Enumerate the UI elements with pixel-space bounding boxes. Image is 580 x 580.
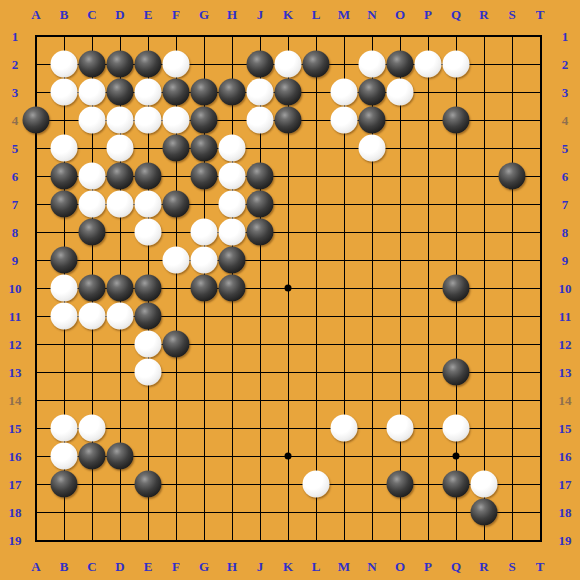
black-stone-E6[interactable]: [135, 163, 162, 190]
row-label-left-16: 16: [9, 450, 22, 463]
black-stone-C10[interactable]: [79, 275, 106, 302]
row-label-right-4: 4: [562, 114, 569, 127]
col-label-top-L: L: [312, 8, 321, 21]
white-stone-M15[interactable]: [331, 415, 358, 442]
row-label-right-10: 10: [559, 282, 572, 295]
white-stone-H5[interactable]: [219, 135, 246, 162]
black-stone-L2[interactable]: [303, 51, 330, 78]
col-label-top-S: S: [508, 8, 515, 21]
row-label-left-10: 10: [9, 282, 22, 295]
black-stone-D16[interactable]: [107, 443, 134, 470]
col-label-top-O: O: [395, 8, 405, 21]
black-stone-H10[interactable]: [219, 275, 246, 302]
col-label-bottom-N: N: [367, 560, 376, 573]
black-stone-F5[interactable]: [163, 135, 190, 162]
black-stone-J7[interactable]: [247, 191, 274, 218]
black-stone-H9[interactable]: [219, 247, 246, 274]
row-label-right-17: 17: [559, 478, 572, 491]
white-stone-K2[interactable]: [275, 51, 302, 78]
col-label-bottom-S: S: [508, 560, 515, 573]
black-stone-B17[interactable]: [51, 471, 78, 498]
white-stone-O15[interactable]: [387, 415, 414, 442]
row-label-left-14: 14: [9, 394, 22, 407]
row-label-right-16: 16: [559, 450, 572, 463]
col-label-bottom-G: G: [199, 560, 209, 573]
white-stone-Q15[interactable]: [443, 415, 470, 442]
white-stone-C4[interactable]: [79, 107, 106, 134]
black-stone-Q4[interactable]: [443, 107, 470, 134]
row-label-right-11: 11: [559, 310, 571, 323]
row-label-right-12: 12: [559, 338, 572, 351]
black-stone-J2[interactable]: [247, 51, 274, 78]
black-stone-S6[interactable]: [499, 163, 526, 190]
black-stone-G3[interactable]: [191, 79, 218, 106]
col-label-bottom-J: J: [257, 560, 264, 573]
black-stone-D10[interactable]: [107, 275, 134, 302]
row-label-right-2: 2: [562, 58, 569, 71]
black-stone-O17[interactable]: [387, 471, 414, 498]
black-stone-G4[interactable]: [191, 107, 218, 134]
white-stone-B3[interactable]: [51, 79, 78, 106]
white-stone-E4[interactable]: [135, 107, 162, 134]
row-label-right-5: 5: [562, 142, 569, 155]
black-stone-E2[interactable]: [135, 51, 162, 78]
col-label-top-E: E: [144, 8, 153, 21]
white-stone-B15[interactable]: [51, 415, 78, 442]
black-stone-B6[interactable]: [51, 163, 78, 190]
white-stone-F2[interactable]: [163, 51, 190, 78]
black-stone-N4[interactable]: [359, 107, 386, 134]
white-stone-L17[interactable]: [303, 471, 330, 498]
row-label-right-18: 18: [559, 506, 572, 519]
black-stone-J8[interactable]: [247, 219, 274, 246]
col-label-top-A: A: [31, 8, 40, 21]
black-stone-Q10[interactable]: [443, 275, 470, 302]
row-label-left-9: 9: [12, 254, 19, 267]
black-stone-H3[interactable]: [219, 79, 246, 106]
white-stone-B16[interactable]: [51, 443, 78, 470]
black-stone-K4[interactable]: [275, 107, 302, 134]
row-label-right-1: 1: [562, 30, 569, 43]
col-label-bottom-R: R: [479, 560, 488, 573]
hoshi-point-K16: [285, 453, 292, 460]
col-label-bottom-K: K: [283, 560, 293, 573]
white-stone-O3[interactable]: [387, 79, 414, 106]
col-label-top-B: B: [60, 8, 69, 21]
col-label-top-P: P: [424, 8, 432, 21]
black-stone-F7[interactable]: [163, 191, 190, 218]
white-stone-J3[interactable]: [247, 79, 274, 106]
hoshi-point-K10: [285, 285, 292, 292]
white-stone-Q2[interactable]: [443, 51, 470, 78]
col-label-bottom-O: O: [395, 560, 405, 573]
row-label-left-17: 17: [9, 478, 22, 491]
black-stone-K3[interactable]: [275, 79, 302, 106]
black-stone-F12[interactable]: [163, 331, 190, 358]
white-stone-P2[interactable]: [415, 51, 442, 78]
black-stone-O2[interactable]: [387, 51, 414, 78]
col-label-top-R: R: [479, 8, 488, 21]
black-stone-Q13[interactable]: [443, 359, 470, 386]
row-label-left-1: 1: [12, 30, 19, 43]
white-stone-C15[interactable]: [79, 415, 106, 442]
col-label-bottom-M: M: [338, 560, 350, 573]
col-label-bottom-F: F: [172, 560, 180, 573]
col-label-top-F: F: [172, 8, 180, 21]
row-label-left-18: 18: [9, 506, 22, 519]
white-stone-F4[interactable]: [163, 107, 190, 134]
col-label-bottom-D: D: [115, 560, 124, 573]
row-label-right-19: 19: [559, 534, 572, 547]
black-stone-C8[interactable]: [79, 219, 106, 246]
white-stone-G9[interactable]: [191, 247, 218, 274]
white-stone-C6[interactable]: [79, 163, 106, 190]
row-label-right-6: 6: [562, 170, 569, 183]
col-label-top-J: J: [257, 8, 264, 21]
black-stone-D6[interactable]: [107, 163, 134, 190]
white-stone-B10[interactable]: [51, 275, 78, 302]
white-stone-D11[interactable]: [107, 303, 134, 330]
row-label-left-13: 13: [9, 366, 22, 379]
row-label-left-15: 15: [9, 422, 22, 435]
col-label-top-M: M: [338, 8, 350, 21]
white-stone-D5[interactable]: [107, 135, 134, 162]
white-stone-C3[interactable]: [79, 79, 106, 106]
black-stone-E10[interactable]: [135, 275, 162, 302]
col-label-top-G: G: [199, 8, 209, 21]
black-stone-G10[interactable]: [191, 275, 218, 302]
row-label-left-2: 2: [12, 58, 19, 71]
col-label-bottom-P: P: [424, 560, 432, 573]
black-stone-E11[interactable]: [135, 303, 162, 330]
black-stone-A4[interactable]: [23, 107, 50, 134]
black-stone-D2[interactable]: [107, 51, 134, 78]
black-stone-G6[interactable]: [191, 163, 218, 190]
col-label-bottom-H: H: [227, 560, 237, 573]
col-label-bottom-T: T: [536, 560, 545, 573]
white-stone-E12[interactable]: [135, 331, 162, 358]
go-board[interactable]: AABBCCDDEEFFGGHHJJKKLLMMNNOOPPQQRRSSTT11…: [0, 0, 580, 580]
black-stone-G5[interactable]: [191, 135, 218, 162]
row-label-left-19: 19: [9, 534, 22, 547]
white-stone-D7[interactable]: [107, 191, 134, 218]
white-stone-B11[interactable]: [51, 303, 78, 330]
col-label-bottom-E: E: [144, 560, 153, 573]
black-stone-N3[interactable]: [359, 79, 386, 106]
row-label-right-15: 15: [559, 422, 572, 435]
row-label-right-3: 3: [562, 86, 569, 99]
white-stone-F9[interactable]: [163, 247, 190, 274]
white-stone-B2[interactable]: [51, 51, 78, 78]
white-stone-C7[interactable]: [79, 191, 106, 218]
white-stone-B5[interactable]: [51, 135, 78, 162]
white-stone-M4[interactable]: [331, 107, 358, 134]
col-label-top-Q: Q: [451, 8, 461, 21]
col-label-top-D: D: [115, 8, 124, 21]
white-stone-D4[interactable]: [107, 107, 134, 134]
col-label-top-T: T: [536, 8, 545, 21]
col-label-bottom-B: B: [60, 560, 69, 573]
col-label-bottom-Q: Q: [451, 560, 461, 573]
white-stone-E3[interactable]: [135, 79, 162, 106]
white-stone-J4[interactable]: [247, 107, 274, 134]
row-label-right-14: 14: [559, 394, 572, 407]
black-stone-E17[interactable]: [135, 471, 162, 498]
row-label-left-4: 4: [12, 114, 19, 127]
row-label-left-7: 7: [12, 198, 19, 211]
col-label-bottom-L: L: [312, 560, 321, 573]
white-stone-G8[interactable]: [191, 219, 218, 246]
white-stone-E7[interactable]: [135, 191, 162, 218]
black-stone-R18[interactable]: [471, 499, 498, 526]
black-stone-D3[interactable]: [107, 79, 134, 106]
row-label-left-8: 8: [12, 226, 19, 239]
row-label-left-11: 11: [9, 310, 21, 323]
black-stone-F3[interactable]: [163, 79, 190, 106]
white-stone-C11[interactable]: [79, 303, 106, 330]
col-label-bottom-A: A: [31, 560, 40, 573]
hoshi-point-Q16: [453, 453, 460, 460]
white-stone-H7[interactable]: [219, 191, 246, 218]
white-stone-M3[interactable]: [331, 79, 358, 106]
col-label-bottom-C: C: [87, 560, 96, 573]
col-label-top-N: N: [367, 8, 376, 21]
white-stone-E8[interactable]: [135, 219, 162, 246]
row-label-left-12: 12: [9, 338, 22, 351]
black-stone-C16[interactable]: [79, 443, 106, 470]
row-label-right-7: 7: [562, 198, 569, 211]
row-label-left-3: 3: [12, 86, 19, 99]
black-stone-J6[interactable]: [247, 163, 274, 190]
row-label-left-5: 5: [12, 142, 19, 155]
white-stone-H8[interactable]: [219, 219, 246, 246]
col-label-top-C: C: [87, 8, 96, 21]
white-stone-E13[interactable]: [135, 359, 162, 386]
col-label-top-H: H: [227, 8, 237, 21]
black-stone-C2[interactable]: [79, 51, 106, 78]
row-label-left-6: 6: [12, 170, 19, 183]
white-stone-N2[interactable]: [359, 51, 386, 78]
white-stone-R17[interactable]: [471, 471, 498, 498]
row-label-right-13: 13: [559, 366, 572, 379]
col-label-top-K: K: [283, 8, 293, 21]
black-stone-B9[interactable]: [51, 247, 78, 274]
row-label-right-8: 8: [562, 226, 569, 239]
white-stone-H6[interactable]: [219, 163, 246, 190]
white-stone-N5[interactable]: [359, 135, 386, 162]
black-stone-Q17[interactable]: [443, 471, 470, 498]
black-stone-B7[interactable]: [51, 191, 78, 218]
row-label-right-9: 9: [562, 254, 569, 267]
